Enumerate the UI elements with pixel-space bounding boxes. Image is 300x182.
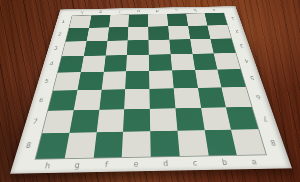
square-f6 [99, 89, 125, 110]
square-f5 [101, 71, 126, 89]
square-e5 [125, 71, 149, 89]
square-e1 [128, 14, 148, 27]
square-g1 [89, 15, 110, 28]
square-d8 [150, 131, 179, 157]
square-a1 [205, 13, 228, 26]
square-d3 [148, 40, 170, 55]
file-label: g [61, 159, 93, 173]
square-g4 [81, 56, 106, 73]
square-h3 [62, 41, 86, 56]
square-d4 [149, 54, 172, 71]
square-d1 [148, 14, 168, 27]
square-d2 [148, 26, 169, 40]
square-g7 [69, 110, 99, 133]
square-e4 [126, 55, 149, 72]
square-d7 [150, 108, 177, 131]
square-f7 [96, 109, 124, 132]
square-c3 [169, 39, 192, 54]
square-d6 [149, 88, 175, 108]
file-label: b [209, 156, 241, 170]
square-f4 [103, 55, 127, 72]
square-a2 [208, 25, 232, 39]
square-h2 [66, 28, 89, 42]
square-a8 [231, 129, 265, 155]
square-f2 [107, 27, 128, 41]
file-label: c [180, 156, 211, 170]
photo-scene: hgfedcba 12345678 12345678 hgfedcba [0, 0, 300, 182]
square-c8 [177, 130, 208, 156]
file-label: e [121, 157, 151, 171]
square-a4 [214, 53, 240, 70]
square-a5 [218, 69, 246, 87]
square-g8 [64, 132, 96, 158]
square-g3 [84, 41, 107, 56]
square-e6 [124, 89, 149, 109]
file-label: d [151, 157, 181, 171]
square-a7 [226, 107, 258, 130]
square-e3 [127, 40, 149, 55]
square-e2 [128, 27, 149, 41]
file-label: a [238, 155, 271, 169]
square-a3 [211, 38, 236, 53]
square-c4 [170, 54, 194, 71]
square-c1 [167, 14, 188, 27]
square-a6 [222, 87, 252, 107]
square-f8 [93, 132, 123, 158]
square-e8 [122, 131, 151, 157]
square-f1 [109, 15, 129, 28]
file-label: h [31, 159, 64, 173]
square-c6 [173, 88, 200, 108]
square-g6 [73, 90, 101, 111]
square-h1 [69, 16, 91, 29]
file-label: f [91, 158, 122, 172]
square-c7 [175, 108, 204, 131]
square-c2 [168, 26, 190, 40]
square-g5 [77, 72, 103, 90]
square-h4 [58, 56, 84, 73]
square-f3 [105, 40, 127, 55]
square-c5 [172, 70, 198, 88]
square-d5 [149, 70, 173, 88]
square-g2 [86, 27, 108, 41]
square-e7 [123, 109, 150, 132]
